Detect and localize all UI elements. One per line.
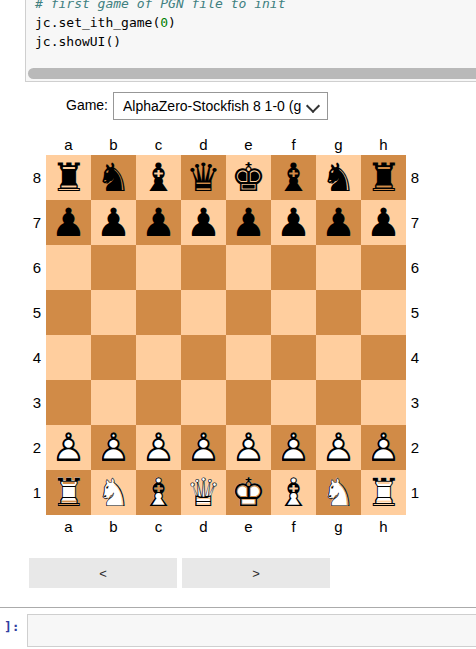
piece-outline: ♙ <box>321 428 356 467</box>
rank-label-left-2: 2 <box>28 425 46 470</box>
file-label-bottom-b: b <box>91 515 136 537</box>
rank-label-left-5: 5 <box>28 290 46 335</box>
square-a7: ♟ <box>46 200 91 245</box>
file-label-bottom-f: f <box>271 515 316 537</box>
piece-white-pawn: ♟♙ <box>136 425 181 470</box>
square-d7: ♟ <box>181 200 226 245</box>
square-b5 <box>91 290 136 335</box>
square-a1: ♜♖ <box>46 470 91 515</box>
square-f7: ♟ <box>271 200 316 245</box>
rank-label-left-8: 8 <box>28 155 46 200</box>
piece-black-rook: ♜ <box>361 155 406 200</box>
square-b1: ♞♘ <box>91 470 136 515</box>
square-g6 <box>316 245 361 290</box>
piece-outline: ♙ <box>366 428 401 467</box>
square-a5 <box>46 290 91 335</box>
square-d6 <box>181 245 226 290</box>
rank-label-left-4: 4 <box>28 335 46 380</box>
piece-white-pawn: ♟♙ <box>271 425 316 470</box>
square-h7: ♟ <box>361 200 406 245</box>
square-g1: ♞♘ <box>316 470 361 515</box>
square-c2: ♟♙ <box>136 425 181 470</box>
piece-outline: ♕ <box>186 473 221 512</box>
file-label-top-a: a <box>46 133 91 155</box>
square-h2: ♟♙ <box>361 425 406 470</box>
piece-white-king: ♚♔ <box>226 470 271 515</box>
square-h5 <box>361 290 406 335</box>
file-label-bottom-h: h <box>361 515 406 537</box>
piece-white-knight: ♞♘ <box>316 470 361 515</box>
rank-label-left-7: 7 <box>28 200 46 245</box>
square-g2: ♟♙ <box>316 425 361 470</box>
piece-white-queen: ♛♕ <box>181 470 226 515</box>
scrollbar-thumb[interactable] <box>28 68 476 79</box>
code-editor[interactable]: # first game of PGN file to init jc.set_… <box>26 0 476 51</box>
file-label-bottom-e: e <box>226 515 271 537</box>
file-label-bottom-a: a <box>46 515 91 537</box>
square-c7: ♟ <box>136 200 181 245</box>
piece-outline: ♙ <box>141 428 176 467</box>
rank-label-left-6: 6 <box>28 245 46 290</box>
square-d3 <box>181 380 226 425</box>
horizontal-scrollbar[interactable] <box>28 68 476 79</box>
piece-white-pawn: ♟♙ <box>46 425 91 470</box>
piece-black-pawn: ♟ <box>46 200 91 245</box>
piece-white-pawn: ♟♙ <box>181 425 226 470</box>
square-a2: ♟♙ <box>46 425 91 470</box>
square-h3 <box>361 380 406 425</box>
piece-black-bishop: ♝ <box>271 155 316 200</box>
square-b2: ♟♙ <box>91 425 136 470</box>
piece-white-pawn: ♟♙ <box>226 425 271 470</box>
code-line-2: jc.set_ith_game(0) <box>35 15 176 30</box>
square-c4 <box>136 335 181 380</box>
square-h6 <box>361 245 406 290</box>
previous-move-button[interactable]: < <box>29 558 177 588</box>
rank-label-right-2: 2 <box>406 425 424 470</box>
square-b4 <box>91 335 136 380</box>
board-corner <box>406 133 424 155</box>
rank-label-right-7: 7 <box>406 200 424 245</box>
piece-outline: ♖ <box>366 473 401 512</box>
rank-label-right-4: 4 <box>406 335 424 380</box>
code-cell[interactable]: # first game of PGN file to init jc.set_… <box>25 0 476 82</box>
piece-outline: ♙ <box>276 428 311 467</box>
piece-black-pawn: ♟ <box>226 200 271 245</box>
file-label-top-h: h <box>361 133 406 155</box>
piece-outline: ♖ <box>51 473 86 512</box>
piece-black-pawn: ♟ <box>271 200 316 245</box>
square-g5 <box>316 290 361 335</box>
square-d5 <box>181 290 226 335</box>
input-prompt: ]: <box>4 619 20 634</box>
piece-black-pawn: ♟ <box>361 200 406 245</box>
square-e2: ♟♙ <box>226 425 271 470</box>
board-corner <box>28 515 46 537</box>
piece-black-queen: ♛ <box>181 155 226 200</box>
rank-label-right-6: 6 <box>406 245 424 290</box>
square-e1: ♚♔ <box>226 470 271 515</box>
piece-black-knight: ♞ <box>91 155 136 200</box>
square-c3 <box>136 380 181 425</box>
file-label-top-e: e <box>226 133 271 155</box>
code-line-3: jc.showUI() <box>35 34 121 49</box>
rank-label-left-3: 3 <box>28 380 46 425</box>
file-label-top-g: g <box>316 133 361 155</box>
piece-outline: ♙ <box>51 428 86 467</box>
piece-black-pawn: ♟ <box>181 200 226 245</box>
file-label-bottom-g: g <box>316 515 361 537</box>
rank-label-right-1: 1 <box>406 470 424 515</box>
square-e6 <box>226 245 271 290</box>
code-comment-line: # first game of PGN file to init <box>35 0 285 11</box>
piece-white-knight: ♞♘ <box>91 470 136 515</box>
square-c6 <box>136 245 181 290</box>
piece-outline: ♙ <box>186 428 221 467</box>
chevron-down-icon <box>306 99 320 113</box>
piece-black-knight: ♞ <box>316 155 361 200</box>
rank-label-right-5: 5 <box>406 290 424 335</box>
piece-outline: ♙ <box>96 428 131 467</box>
piece-outline: ♘ <box>96 473 131 512</box>
square-b6 <box>91 245 136 290</box>
game-selector-label: Game: <box>66 97 108 113</box>
piece-black-pawn: ♟ <box>136 200 181 245</box>
piece-white-pawn: ♟♙ <box>91 425 136 470</box>
square-f3 <box>271 380 316 425</box>
rank-label-right-3: 3 <box>406 380 424 425</box>
chess-board: abcdefgh8♜♞♝♛♚♝♞♜87♟♟♟♟♟♟♟♟7665544332♟♙♟… <box>28 133 424 537</box>
piece-white-pawn: ♟♙ <box>361 425 406 470</box>
rank-label-left-1: 1 <box>28 470 46 515</box>
square-d4 <box>181 335 226 380</box>
square-g3 <box>316 380 361 425</box>
square-d8: ♛ <box>181 155 226 200</box>
file-label-bottom-c: c <box>136 515 181 537</box>
piece-black-pawn: ♟ <box>316 200 361 245</box>
game-dropdown-value: AlphaZero-Stockfish 8 1-0 (g 15 <box>123 98 303 114</box>
square-b7: ♟ <box>91 200 136 245</box>
square-c1: ♝♗ <box>136 470 181 515</box>
square-g4 <box>316 335 361 380</box>
square-e4 <box>226 335 271 380</box>
square-h1: ♜♖ <box>361 470 406 515</box>
square-g7: ♟ <box>316 200 361 245</box>
game-dropdown[interactable]: AlphaZero-Stockfish 8 1-0 (g 15 <box>113 92 328 120</box>
cell-divider <box>0 607 476 608</box>
file-label-bottom-d: d <box>181 515 226 537</box>
piece-outline: ♔ <box>231 473 266 512</box>
square-a8: ♜ <box>46 155 91 200</box>
file-label-top-b: b <box>91 133 136 155</box>
rank-label-right-8: 8 <box>406 155 424 200</box>
piece-outline: ♗ <box>141 473 176 512</box>
square-f8: ♝ <box>271 155 316 200</box>
piece-white-bishop: ♝♗ <box>136 470 181 515</box>
square-e8: ♚ <box>226 155 271 200</box>
square-g8: ♞ <box>316 155 361 200</box>
square-h4 <box>361 335 406 380</box>
piece-black-rook: ♜ <box>46 155 91 200</box>
square-d2: ♟♙ <box>181 425 226 470</box>
square-f1: ♝♗ <box>271 470 316 515</box>
square-e7: ♟ <box>226 200 271 245</box>
square-b3 <box>91 380 136 425</box>
piece-white-rook: ♜♖ <box>46 470 91 515</box>
file-label-top-c: c <box>136 133 181 155</box>
square-f2: ♟♙ <box>271 425 316 470</box>
file-label-top-d: d <box>181 133 226 155</box>
square-d1: ♛♕ <box>181 470 226 515</box>
square-c8: ♝ <box>136 155 181 200</box>
piece-outline: ♘ <box>321 473 356 512</box>
square-f5 <box>271 290 316 335</box>
square-h8: ♜ <box>361 155 406 200</box>
square-b8: ♞ <box>91 155 136 200</box>
square-e3 <box>226 380 271 425</box>
square-f6 <box>271 245 316 290</box>
piece-white-pawn: ♟♙ <box>316 425 361 470</box>
file-label-top-f: f <box>271 133 316 155</box>
square-f4 <box>271 335 316 380</box>
board-corner <box>406 515 424 537</box>
empty-code-cell-input[interactable] <box>27 614 476 647</box>
square-a3 <box>46 380 91 425</box>
piece-outline: ♗ <box>276 473 311 512</box>
piece-black-bishop: ♝ <box>136 155 181 200</box>
square-c5 <box>136 290 181 335</box>
next-move-button[interactable]: > <box>182 558 330 588</box>
piece-black-pawn: ♟ <box>91 200 136 245</box>
board-corner <box>28 133 46 155</box>
square-a4 <box>46 335 91 380</box>
piece-white-bishop: ♝♗ <box>271 470 316 515</box>
piece-white-rook: ♜♖ <box>361 470 406 515</box>
piece-outline: ♙ <box>231 428 266 467</box>
square-a6 <box>46 245 91 290</box>
piece-black-king: ♚ <box>226 155 271 200</box>
square-e5 <box>226 290 271 335</box>
